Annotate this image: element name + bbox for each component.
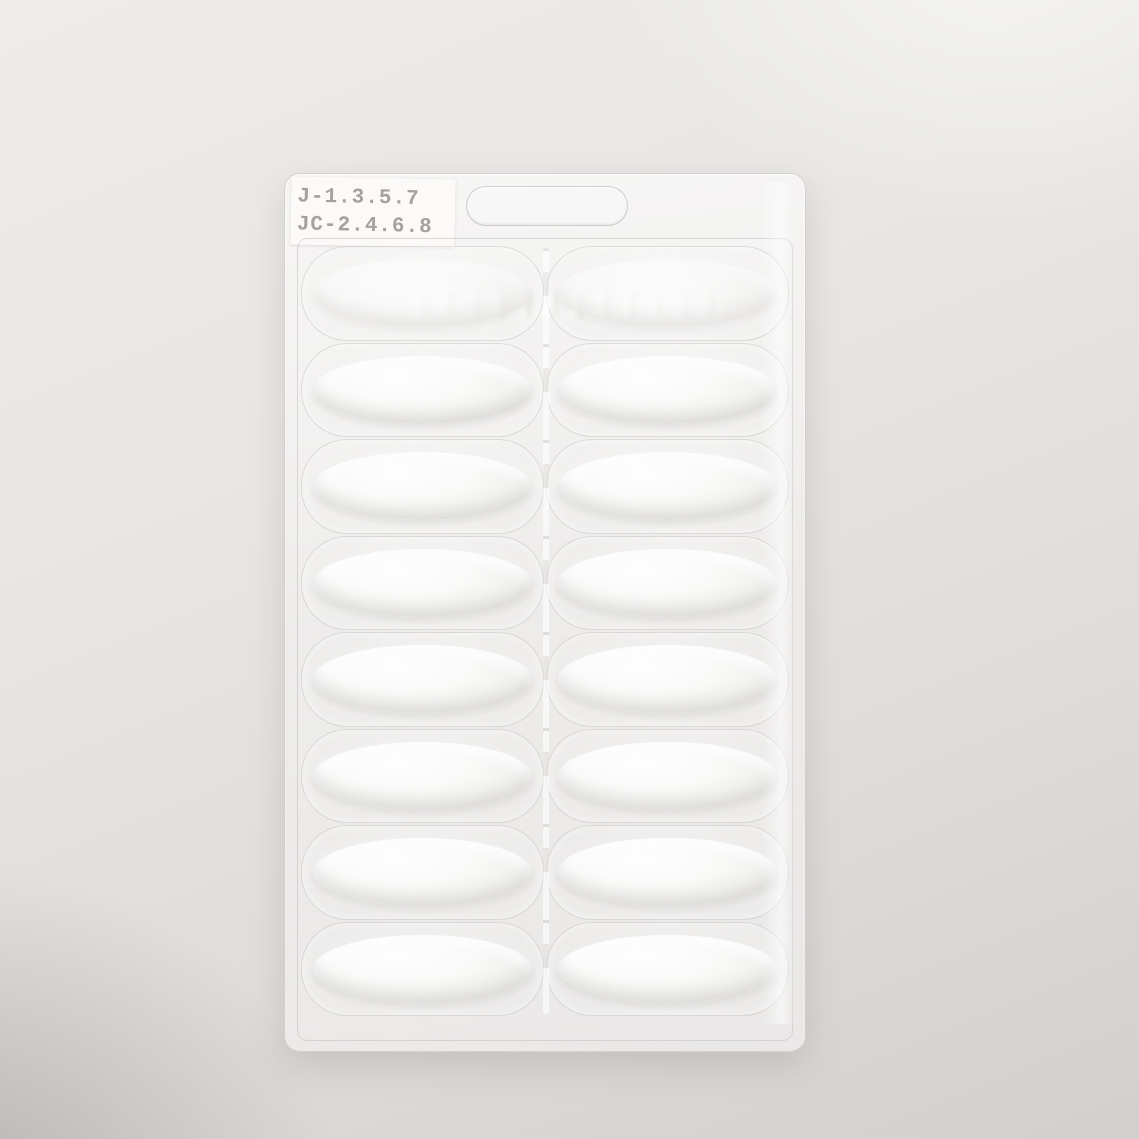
blister-cavity [301,439,544,534]
silicone-pad [313,935,532,1003]
blister-package: J-1.3.5.7 JC-2.4.6.8 [284,173,806,1052]
silicone-pad [313,645,532,713]
blister-cavity [546,632,789,727]
silicone-pad [558,935,777,1003]
blister-cavity [546,536,789,631]
silicone-pad [558,742,777,810]
blister-cavity [546,825,789,920]
hang-slot [466,186,628,226]
label-line-2: JC-2.4.6.8 [296,211,449,242]
photo-background: J-1.3.5.7 JC-2.4.6.8 [0,0,1139,1139]
silicone-pad [558,549,777,617]
silicone-pad [313,259,532,327]
silicone-pad [558,838,777,906]
silicone-pad [558,645,777,713]
blister-cavity [301,922,544,1017]
blister-cavity [301,536,544,631]
blister-cavity [301,343,544,438]
blister-cavity [546,343,789,438]
pod-grid [301,246,789,1016]
silicone-pad [313,742,532,810]
label-line-1: J-1.3.5.7 [297,183,450,214]
blister-cavity [301,825,544,920]
blister-cavity [546,246,789,341]
silicone-pad [313,452,532,520]
silicone-pad [313,549,532,617]
silicone-pad [313,356,532,424]
blister-cavity [546,922,789,1017]
silicone-pad [558,356,777,424]
blister-cavity [301,246,544,341]
blister-cavity [301,729,544,824]
blister-cavity [301,632,544,727]
blister-cavity [546,439,789,534]
label-sticker: J-1.3.5.7 JC-2.4.6.8 [290,176,455,247]
silicone-pad [558,259,777,327]
silicone-pad [558,452,777,520]
blister-cavity [546,729,789,824]
silicone-pad [313,838,532,906]
